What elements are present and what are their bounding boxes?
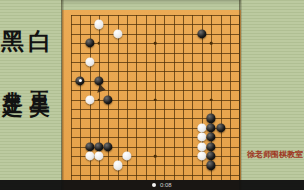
black-player-name: 芈昱廷 bbox=[0, 75, 25, 84]
white-stone bbox=[94, 20, 103, 29]
white-stone bbox=[85, 95, 94, 104]
white-player-column: 白 王星昊 bbox=[27, 28, 52, 84]
star-point bbox=[210, 98, 213, 101]
black-stone bbox=[207, 142, 216, 151]
black-stone bbox=[76, 76, 85, 85]
white-stone bbox=[197, 133, 206, 142]
black-side-label: 黑 bbox=[1, 28, 24, 54]
black-stone bbox=[94, 142, 103, 151]
left-panel-shadow bbox=[61, 0, 64, 190]
video-time: 0:08 bbox=[160, 182, 172, 189]
grid-line-vertical bbox=[221, 15, 222, 180]
star-point bbox=[154, 155, 157, 158]
white-stone bbox=[197, 123, 206, 132]
black-stone bbox=[207, 133, 216, 142]
white-stone bbox=[85, 151, 94, 160]
white-stone bbox=[122, 151, 131, 160]
white-player-name: 王星昊 bbox=[27, 75, 52, 84]
video-frame: 黑 芈昱廷 白 王星昊 徐老师围棋教室 0:08 bbox=[0, 0, 304, 190]
black-stone bbox=[197, 29, 206, 38]
black-stone bbox=[85, 39, 94, 48]
black-stone bbox=[207, 161, 216, 170]
black-stone bbox=[104, 95, 113, 104]
star-point bbox=[154, 42, 157, 45]
channel-watermark: 徐老师围棋教室 bbox=[247, 149, 303, 160]
black-stone bbox=[207, 151, 216, 160]
right-tatami-panel: 徐老师围棋教室 bbox=[241, 0, 304, 190]
black-stone bbox=[216, 123, 225, 132]
star-point bbox=[210, 42, 213, 45]
white-stone bbox=[197, 151, 206, 160]
white-stone bbox=[85, 57, 94, 66]
white-stone bbox=[197, 142, 206, 151]
playhead-dot[interactable] bbox=[152, 183, 156, 187]
go-board[interactable] bbox=[62, 10, 244, 190]
white-stone bbox=[94, 151, 103, 160]
black-stone bbox=[207, 123, 216, 132]
white-side-label: 白 bbox=[28, 28, 51, 54]
star-point bbox=[98, 98, 101, 101]
video-player-bar[interactable]: 0:08 bbox=[0, 180, 304, 190]
black-stone bbox=[207, 114, 216, 123]
white-stone bbox=[113, 161, 122, 170]
black-player-column: 黑 芈昱廷 bbox=[0, 28, 25, 84]
grid-line-horizontal bbox=[71, 175, 239, 176]
player-names-panel: 黑 芈昱廷 白 王星昊 bbox=[0, 0, 61, 190]
star-point bbox=[154, 98, 157, 101]
last-move-marker bbox=[79, 79, 82, 82]
black-stone bbox=[104, 142, 113, 151]
black-stone bbox=[85, 142, 94, 151]
star-point bbox=[98, 42, 101, 45]
grid-line-vertical bbox=[230, 15, 231, 180]
right-panel-shadow bbox=[239, 0, 242, 190]
grid-line-horizontal bbox=[71, 109, 239, 110]
white-stone bbox=[113, 29, 122, 38]
